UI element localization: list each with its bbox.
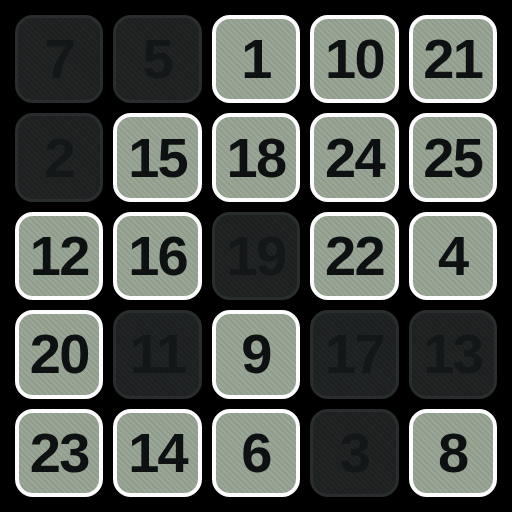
tile-number: 20 [30,326,89,382]
tile-2[interactable]: 2 [15,113,103,201]
tile-21[interactable]: 21 [409,15,497,103]
tile-3[interactable]: 3 [310,409,398,497]
tile-13[interactable]: 13 [409,310,497,398]
tile-11[interactable]: 11 [113,310,201,398]
tile-number: 18 [227,130,286,186]
tile-10[interactable]: 10 [310,15,398,103]
tile-1[interactable]: 1 [212,15,300,103]
tile-17[interactable]: 17 [310,310,398,398]
tile-number: 5 [143,31,172,87]
tile-number: 1 [241,31,270,87]
tile-8[interactable]: 8 [409,409,497,497]
tile-number: 3 [340,425,369,481]
tile-24[interactable]: 24 [310,113,398,201]
tile-25[interactable]: 25 [409,113,497,201]
tile-23[interactable]: 23 [15,409,103,497]
tile-number: 11 [130,326,186,382]
tile-number: 22 [325,228,384,284]
tile-number: 23 [30,425,89,481]
tile-15[interactable]: 15 [113,113,201,201]
tile-number: 4 [438,228,467,284]
tile-number: 15 [128,130,187,186]
tile-number: 13 [423,326,482,382]
tile-18[interactable]: 18 [212,113,300,201]
tile-12[interactable]: 12 [15,212,103,300]
tile-number: 17 [325,326,384,382]
tile-4[interactable]: 4 [409,212,497,300]
tile-22[interactable]: 22 [310,212,398,300]
tile-7[interactable]: 7 [15,15,103,103]
tile-number: 19 [227,228,286,284]
tile-number: 24 [325,130,384,186]
tile-19[interactable]: 19 [212,212,300,300]
tile-number: 7 [44,31,73,87]
tile-20[interactable]: 20 [15,310,103,398]
tile-number: 14 [128,425,187,481]
number-grid-board: 7511021215182425121619224201191713231463… [0,0,512,512]
tile-number: 10 [325,31,384,87]
tile-16[interactable]: 16 [113,212,201,300]
tile-number: 8 [438,425,467,481]
tile-5[interactable]: 5 [113,15,201,103]
tile-number: 25 [423,130,482,186]
tile-number: 9 [241,326,270,382]
tile-number: 2 [44,130,73,186]
tile-number: 12 [30,228,89,284]
tile-number: 21 [423,31,482,87]
tile-number: 16 [128,228,187,284]
tile-number: 6 [241,425,270,481]
tile-9[interactable]: 9 [212,310,300,398]
tile-6[interactable]: 6 [212,409,300,497]
tile-14[interactable]: 14 [113,409,201,497]
